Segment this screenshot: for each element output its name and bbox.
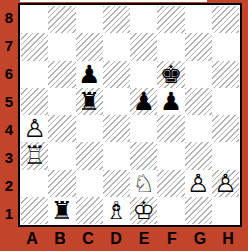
square-a3[interactable]: ♜♖ [21, 142, 48, 169]
square-h8[interactable] [212, 6, 239, 33]
piece-outline: ♘ [130, 170, 157, 197]
square-e2[interactable]: ♞♘ [130, 170, 157, 197]
piece-white-pawn[interactable]: ♟♙ [185, 170, 212, 197]
square-d6[interactable] [103, 61, 130, 88]
piece-outline: ♔ [130, 197, 157, 224]
square-d2[interactable] [103, 170, 130, 197]
square-a6[interactable] [21, 61, 48, 88]
square-g2[interactable]: ♟♙ [185, 170, 212, 197]
piece-black-pawn[interactable]: ♟ [157, 88, 184, 115]
piece-glyph: ♟ [130, 88, 157, 115]
file-label-d: D [102, 228, 130, 250]
square-a1[interactable] [21, 197, 48, 224]
piece-glyph: ♜ [76, 88, 103, 115]
square-h2[interactable]: ♟♙ [212, 170, 239, 197]
rank-label-5: 5 [0, 87, 18, 115]
square-g3[interactable] [185, 142, 212, 169]
square-b5[interactable] [48, 88, 75, 115]
rank-label-2: 2 [0, 171, 18, 199]
square-c3[interactable] [76, 142, 103, 169]
square-f1[interactable] [157, 197, 184, 224]
piece-black-rook[interactable]: ♜ [76, 88, 103, 115]
file-label-a: A [18, 228, 46, 250]
chess-diagram: 87654321 ♟♚♜♟♟♟♙♜♖♞♘♟♙♟♙♜♝♗♚♔ ABCDEFGH [0, 0, 248, 251]
square-f4[interactable] [157, 115, 184, 142]
square-h4[interactable] [212, 115, 239, 142]
piece-black-king[interactable]: ♚ [157, 61, 184, 88]
square-f7[interactable] [157, 33, 184, 60]
piece-glyph: ♟ [157, 88, 184, 115]
piece-white-rook[interactable]: ♜♖ [21, 142, 48, 169]
file-label-c: C [74, 228, 102, 250]
piece-glyph: ♚ [157, 61, 184, 88]
square-d5[interactable] [103, 88, 130, 115]
piece-black-pawn[interactable]: ♟ [76, 61, 103, 88]
square-e5[interactable]: ♟ [130, 88, 157, 115]
square-b7[interactable] [48, 33, 75, 60]
file-labels: ABCDEFGH [18, 228, 242, 250]
square-h3[interactable] [212, 142, 239, 169]
square-b2[interactable] [48, 170, 75, 197]
square-c7[interactable] [76, 33, 103, 60]
square-f5[interactable]: ♟ [157, 88, 184, 115]
square-f6[interactable]: ♚ [157, 61, 184, 88]
square-b6[interactable] [48, 61, 75, 88]
square-c4[interactable] [76, 115, 103, 142]
square-h7[interactable] [212, 33, 239, 60]
square-a2[interactable] [21, 170, 48, 197]
file-label-b: B [46, 228, 74, 250]
rank-label-4: 4 [0, 115, 18, 143]
square-h1[interactable] [212, 197, 239, 224]
rank-label-7: 7 [0, 31, 18, 59]
piece-glyph: ♜ [48, 197, 75, 224]
square-c8[interactable] [76, 6, 103, 33]
square-b4[interactable] [48, 115, 75, 142]
rank-labels: 87654321 [0, 3, 18, 227]
square-h6[interactable] [212, 61, 239, 88]
square-b8[interactable] [48, 6, 75, 33]
square-d8[interactable] [103, 6, 130, 33]
file-label-e: E [130, 228, 158, 250]
file-label-f: F [158, 228, 186, 250]
square-d1[interactable]: ♝♗ [103, 197, 130, 224]
square-a4[interactable]: ♟♙ [21, 115, 48, 142]
piece-outline: ♙ [185, 170, 212, 197]
square-g4[interactable] [185, 115, 212, 142]
square-c2[interactable] [76, 170, 103, 197]
square-b1[interactable]: ♜ [48, 197, 75, 224]
square-d7[interactable] [103, 33, 130, 60]
top-edge-sliver [20, 0, 207, 2]
piece-outline: ♖ [21, 142, 48, 169]
rank-label-6: 6 [0, 59, 18, 87]
square-e7[interactable] [130, 33, 157, 60]
square-e8[interactable] [130, 6, 157, 33]
square-a7[interactable] [21, 33, 48, 60]
square-c5[interactable]: ♜ [76, 88, 103, 115]
chess-board: ♟♚♜♟♟♟♙♜♖♞♘♟♙♟♙♜♝♗♚♔ [21, 6, 239, 224]
file-label-h: H [214, 228, 242, 250]
square-f8[interactable] [157, 6, 184, 33]
rank-label-1: 1 [0, 199, 18, 227]
file-label-g: G [186, 228, 214, 250]
piece-white-knight[interactable]: ♞♘ [130, 170, 157, 197]
square-d4[interactable] [103, 115, 130, 142]
piece-black-pawn[interactable]: ♟ [130, 88, 157, 115]
square-a5[interactable] [21, 88, 48, 115]
piece-black-rook[interactable]: ♜ [48, 197, 75, 224]
piece-white-pawn[interactable]: ♟♙ [212, 170, 239, 197]
square-f2[interactable] [157, 170, 184, 197]
square-b3[interactable] [48, 142, 75, 169]
square-e4[interactable] [130, 115, 157, 142]
piece-outline: ♙ [212, 170, 239, 197]
square-e6[interactable] [130, 61, 157, 88]
piece-white-pawn[interactable]: ♟♙ [21, 115, 48, 142]
piece-outline: ♗ [103, 197, 130, 224]
square-a8[interactable] [21, 6, 48, 33]
square-e1[interactable]: ♚♔ [130, 197, 157, 224]
square-e3[interactable] [130, 142, 157, 169]
square-g1[interactable] [185, 197, 212, 224]
board-frame: ♟♚♜♟♟♟♙♜♖♞♘♟♙♟♙♜♝♗♚♔ [18, 3, 242, 227]
square-c6[interactable]: ♟ [76, 61, 103, 88]
square-d3[interactable] [103, 142, 130, 169]
rank-label-8: 8 [0, 3, 18, 31]
square-g8[interactable] [185, 6, 212, 33]
piece-glyph: ♟ [76, 61, 103, 88]
square-h5[interactable] [212, 88, 239, 115]
square-g6[interactable] [185, 61, 212, 88]
square-g5[interactable] [185, 88, 212, 115]
rank-label-3: 3 [0, 143, 18, 171]
square-c1[interactable] [76, 197, 103, 224]
piece-white-king[interactable]: ♚♔ [130, 197, 157, 224]
piece-outline: ♙ [21, 115, 48, 142]
square-g7[interactable] [185, 33, 212, 60]
piece-white-bishop[interactable]: ♝♗ [103, 197, 130, 224]
square-f3[interactable] [157, 142, 184, 169]
